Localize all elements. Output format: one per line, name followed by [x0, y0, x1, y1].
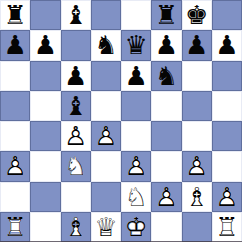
square-a1[interactable]: ♜♖ — [0, 212, 30, 242]
piece-black-rook[interactable]: ♜ — [0, 0, 30, 30]
white-piece-outline: ♖ — [0, 212, 30, 242]
square-c7[interactable] — [61, 30, 91, 60]
square-c4[interactable]: ♟♙ — [61, 121, 91, 151]
square-b8[interactable] — [30, 0, 60, 30]
piece-white-bishop[interactable]: ♝♗ — [61, 212, 91, 242]
square-a8[interactable]: ♜ — [0, 0, 30, 30]
black-piece-glyph: ♟ — [212, 30, 242, 60]
square-b5[interactable] — [30, 91, 60, 121]
black-piece-glyph: ♟ — [121, 61, 151, 91]
square-g5[interactable] — [182, 91, 212, 121]
square-h6[interactable] — [212, 61, 242, 91]
white-piece-outline: ♙ — [91, 121, 121, 151]
square-b7[interactable]: ♟ — [30, 30, 60, 60]
black-piece-glyph: ♝ — [61, 91, 91, 121]
square-c1[interactable]: ♝♗ — [61, 212, 91, 242]
square-h8[interactable] — [212, 0, 242, 30]
square-d4[interactable]: ♟♙ — [91, 121, 121, 151]
square-g8[interactable]: ♚ — [182, 0, 212, 30]
square-h1[interactable]: ♜♖ — [212, 212, 242, 242]
piece-white-pawn[interactable]: ♟♙ — [61, 121, 91, 151]
black-piece-glyph: ♚ — [182, 0, 212, 30]
white-piece-outline: ♖ — [212, 212, 242, 242]
square-g2[interactable]: ♝♗ — [182, 182, 212, 212]
square-d6[interactable] — [91, 61, 121, 91]
square-f7[interactable]: ♟ — [151, 30, 181, 60]
piece-white-knight[interactable]: ♞♘ — [61, 151, 91, 181]
square-e1[interactable]: ♚♔ — [121, 212, 151, 242]
piece-white-bishop[interactable]: ♝♗ — [182, 182, 212, 212]
square-a3[interactable]: ♟♙ — [0, 151, 30, 181]
piece-white-knight[interactable]: ♞♘ — [121, 182, 151, 212]
piece-white-rook[interactable]: ♜♖ — [212, 212, 242, 242]
black-piece-glyph: ♟ — [151, 30, 181, 60]
square-d5[interactable] — [91, 91, 121, 121]
piece-black-pawn[interactable]: ♟ — [121, 61, 151, 91]
square-b3[interactable] — [30, 151, 60, 181]
square-h7[interactable]: ♟ — [212, 30, 242, 60]
square-f2[interactable]: ♟♙ — [151, 182, 181, 212]
piece-white-pawn[interactable]: ♟♙ — [182, 151, 212, 181]
square-f4[interactable] — [151, 121, 181, 151]
square-h4[interactable] — [212, 121, 242, 151]
piece-black-pawn[interactable]: ♟ — [61, 61, 91, 91]
square-h3[interactable] — [212, 151, 242, 181]
black-piece-glyph: ♜ — [151, 0, 181, 30]
square-a5[interactable] — [0, 91, 30, 121]
square-e3[interactable]: ♟♙ — [121, 151, 151, 181]
black-piece-glyph: ♟ — [0, 30, 30, 60]
piece-black-knight[interactable]: ♞ — [151, 61, 181, 91]
piece-black-rook[interactable]: ♜ — [151, 0, 181, 30]
square-e2[interactable]: ♞♘ — [121, 182, 151, 212]
piece-white-pawn[interactable]: ♟♙ — [0, 151, 30, 181]
white-piece-outline: ♗ — [182, 182, 212, 212]
square-c5[interactable]: ♝ — [61, 91, 91, 121]
white-piece-outline: ♕ — [91, 212, 121, 242]
piece-black-bishop[interactable]: ♝ — [61, 0, 91, 30]
square-a6[interactable] — [0, 61, 30, 91]
square-e8[interactable] — [121, 0, 151, 30]
white-piece-outline: ♘ — [121, 182, 151, 212]
piece-black-pawn[interactable]: ♟ — [0, 30, 30, 60]
white-piece-outline: ♙ — [61, 121, 91, 151]
square-d7[interactable]: ♞ — [91, 30, 121, 60]
square-b1[interactable] — [30, 212, 60, 242]
piece-white-queen[interactable]: ♛♕ — [91, 212, 121, 242]
white-piece-outline: ♙ — [0, 151, 30, 181]
white-piece-outline: ♙ — [151, 182, 181, 212]
piece-black-king[interactable]: ♚ — [182, 0, 212, 30]
square-a7[interactable]: ♟ — [0, 30, 30, 60]
black-piece-glyph: ♞ — [151, 61, 181, 91]
black-piece-glyph: ♝ — [61, 0, 91, 30]
piece-white-king[interactable]: ♚♔ — [121, 212, 151, 242]
square-f3[interactable] — [151, 151, 181, 181]
piece-black-bishop[interactable]: ♝ — [61, 91, 91, 121]
square-e4[interactable] — [121, 121, 151, 151]
piece-black-pawn[interactable]: ♟ — [30, 30, 60, 60]
square-d8[interactable] — [91, 0, 121, 30]
square-g3[interactable]: ♟♙ — [182, 151, 212, 181]
square-f1[interactable] — [151, 212, 181, 242]
square-h5[interactable] — [212, 91, 242, 121]
square-f6[interactable]: ♞ — [151, 61, 181, 91]
black-piece-glyph: ♟ — [182, 30, 212, 60]
square-h2[interactable]: ♟♙ — [212, 182, 242, 212]
black-piece-glyph: ♟ — [30, 30, 60, 60]
white-piece-outline: ♘ — [61, 151, 91, 181]
chess-board: ♜♝♜♚♟♟♞♛♟♟♟♟♟♞♝♟♙♟♙♟♙♞♘♟♙♟♙♞♘♟♙♝♗♟♙♜♖♝♗♛… — [0, 0, 242, 242]
piece-white-pawn[interactable]: ♟♙ — [212, 182, 242, 212]
square-c8[interactable]: ♝ — [61, 0, 91, 30]
piece-black-queen[interactable]: ♛ — [121, 30, 151, 60]
square-g6[interactable] — [182, 61, 212, 91]
square-g7[interactable]: ♟ — [182, 30, 212, 60]
square-c2[interactable] — [61, 182, 91, 212]
white-piece-outline: ♔ — [121, 212, 151, 242]
square-b2[interactable] — [30, 182, 60, 212]
chess-board-wrap: ♜♝♜♚♟♟♞♛♟♟♟♟♟♞♝♟♙♟♙♟♙♞♘♟♙♟♙♞♘♟♙♝♗♟♙♜♖♝♗♛… — [0, 0, 242, 242]
black-piece-glyph: ♜ — [0, 0, 30, 30]
square-f8[interactable]: ♜ — [151, 0, 181, 30]
piece-white-pawn[interactable]: ♟♙ — [151, 182, 181, 212]
square-f5[interactable] — [151, 91, 181, 121]
piece-black-pawn[interactable]: ♟ — [182, 30, 212, 60]
square-d1[interactable]: ♛♕ — [91, 212, 121, 242]
square-e7[interactable]: ♛ — [121, 30, 151, 60]
black-piece-glyph: ♛ — [121, 30, 151, 60]
square-e6[interactable]: ♟ — [121, 61, 151, 91]
square-e5[interactable] — [121, 91, 151, 121]
piece-black-knight[interactable]: ♞ — [91, 30, 121, 60]
piece-black-pawn[interactable]: ♟ — [151, 30, 181, 60]
piece-black-pawn[interactable]: ♟ — [212, 30, 242, 60]
piece-white-pawn[interactable]: ♟♙ — [121, 151, 151, 181]
square-a4[interactable] — [0, 121, 30, 151]
square-b6[interactable] — [30, 61, 60, 91]
square-g1[interactable] — [182, 212, 212, 242]
white-piece-outline: ♙ — [212, 182, 242, 212]
square-c3[interactable]: ♞♘ — [61, 151, 91, 181]
black-piece-glyph: ♟ — [61, 61, 91, 91]
square-c6[interactable]: ♟ — [61, 61, 91, 91]
square-b4[interactable] — [30, 121, 60, 151]
white-piece-outline: ♙ — [121, 151, 151, 181]
piece-white-rook[interactable]: ♜♖ — [0, 212, 30, 242]
black-piece-glyph: ♞ — [91, 30, 121, 60]
square-d2[interactable] — [91, 182, 121, 212]
square-a2[interactable] — [0, 182, 30, 212]
white-piece-outline: ♗ — [61, 212, 91, 242]
square-g4[interactable] — [182, 121, 212, 151]
square-d3[interactable] — [91, 151, 121, 181]
piece-white-pawn[interactable]: ♟♙ — [91, 121, 121, 151]
white-piece-outline: ♙ — [182, 151, 212, 181]
